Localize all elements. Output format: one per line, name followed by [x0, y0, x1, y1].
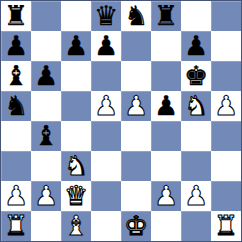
white-bishop-piece[interactable]: ♝ — [64, 211, 88, 241]
square-e3[interactable] — [121, 151, 151, 181]
square-b2[interactable]: ♟ — [31, 181, 61, 211]
square-g1[interactable] — [181, 211, 211, 241]
square-c3[interactable]: ♞ — [61, 151, 91, 181]
square-e6[interactable] — [121, 61, 151, 91]
square-a8[interactable]: ♜ — [1, 1, 31, 31]
white-knight-piece[interactable]: ♞ — [64, 151, 88, 181]
square-h3[interactable] — [211, 151, 241, 181]
square-b6[interactable]: ♟ — [31, 61, 61, 91]
chess-board: ♜♛♞♜♟♟♟♟♝♟♚♞♟♟♟♞♟♝♞♟♟♛♟♟♜♝♚♜ — [0, 0, 242, 242]
square-c8[interactable] — [61, 1, 91, 31]
square-b8[interactable] — [31, 1, 61, 31]
square-h1[interactable]: ♜ — [211, 211, 241, 241]
black-pawn-piece[interactable]: ♟ — [4, 31, 28, 61]
square-h4[interactable] — [211, 121, 241, 151]
square-c7[interactable]: ♟ — [61, 31, 91, 61]
white-pawn-piece[interactable]: ♟ — [154, 181, 178, 211]
square-b1[interactable] — [31, 211, 61, 241]
square-a6[interactable]: ♝ — [1, 61, 31, 91]
square-a1[interactable]: ♜ — [1, 211, 31, 241]
black-pawn-piece[interactable]: ♟ — [154, 91, 178, 121]
square-g6[interactable]: ♚ — [181, 61, 211, 91]
white-king-piece[interactable]: ♚ — [124, 211, 148, 241]
square-d5[interactable]: ♟ — [91, 91, 121, 121]
square-h2[interactable] — [211, 181, 241, 211]
black-rook-piece[interactable]: ♜ — [154, 1, 178, 31]
square-a4[interactable] — [1, 121, 31, 151]
square-h6[interactable] — [211, 61, 241, 91]
square-d8[interactable]: ♛ — [91, 1, 121, 31]
black-rook-piece[interactable]: ♜ — [4, 1, 28, 31]
square-g2[interactable]: ♟ — [181, 181, 211, 211]
square-c2[interactable]: ♛ — [61, 181, 91, 211]
black-pawn-piece[interactable]: ♟ — [184, 31, 208, 61]
square-a3[interactable] — [1, 151, 31, 181]
white-rook-piece[interactable]: ♜ — [4, 211, 28, 241]
black-pawn-piece[interactable]: ♟ — [34, 61, 58, 91]
square-c1[interactable]: ♝ — [61, 211, 91, 241]
square-g5[interactable]: ♞ — [181, 91, 211, 121]
square-d2[interactable] — [91, 181, 121, 211]
square-f7[interactable] — [151, 31, 181, 61]
square-d3[interactable] — [91, 151, 121, 181]
black-pawn-piece[interactable]: ♟ — [94, 31, 118, 61]
square-e5[interactable]: ♟ — [121, 91, 151, 121]
square-f6[interactable] — [151, 61, 181, 91]
square-f2[interactable]: ♟ — [151, 181, 181, 211]
black-bishop-piece[interactable]: ♝ — [34, 121, 58, 151]
square-h7[interactable] — [211, 31, 241, 61]
white-pawn-piece[interactable]: ♟ — [184, 181, 208, 211]
square-a2[interactable]: ♟ — [1, 181, 31, 211]
square-a5[interactable]: ♞ — [1, 91, 31, 121]
black-king-piece[interactable]: ♚ — [184, 61, 208, 91]
square-g8[interactable] — [181, 1, 211, 31]
square-f1[interactable] — [151, 211, 181, 241]
square-d1[interactable] — [91, 211, 121, 241]
white-pawn-piece[interactable]: ♟ — [4, 181, 28, 211]
square-b4[interactable]: ♝ — [31, 121, 61, 151]
square-f8[interactable]: ♜ — [151, 1, 181, 31]
square-e4[interactable] — [121, 121, 151, 151]
black-pawn-piece[interactable]: ♟ — [64, 31, 88, 61]
square-g4[interactable] — [181, 121, 211, 151]
square-g7[interactable]: ♟ — [181, 31, 211, 61]
square-h8[interactable] — [211, 1, 241, 31]
square-e2[interactable] — [121, 181, 151, 211]
square-c5[interactable] — [61, 91, 91, 121]
square-d6[interactable] — [91, 61, 121, 91]
black-knight-piece[interactable]: ♞ — [124, 1, 148, 31]
white-pawn-piece[interactable]: ♟ — [124, 91, 148, 121]
square-h5[interactable]: ♟ — [211, 91, 241, 121]
square-g3[interactable] — [181, 151, 211, 181]
square-f3[interactable] — [151, 151, 181, 181]
square-e8[interactable]: ♞ — [121, 1, 151, 31]
square-b5[interactable] — [31, 91, 61, 121]
square-f5[interactable]: ♟ — [151, 91, 181, 121]
white-pawn-piece[interactable]: ♟ — [34, 181, 58, 211]
black-knight-piece[interactable]: ♞ — [4, 91, 28, 121]
square-d4[interactable] — [91, 121, 121, 151]
white-knight-piece[interactable]: ♞ — [184, 91, 208, 121]
square-c6[interactable] — [61, 61, 91, 91]
black-bishop-piece[interactable]: ♝ — [4, 61, 28, 91]
square-f4[interactable] — [151, 121, 181, 151]
white-queen-piece[interactable]: ♛ — [64, 181, 88, 211]
square-b7[interactable] — [31, 31, 61, 61]
white-pawn-piece[interactable]: ♟ — [214, 91, 238, 121]
square-a7[interactable]: ♟ — [1, 31, 31, 61]
square-c4[interactable] — [61, 121, 91, 151]
white-pawn-piece[interactable]: ♟ — [94, 91, 118, 121]
black-queen-piece[interactable]: ♛ — [94, 1, 118, 31]
white-rook-piece[interactable]: ♜ — [214, 211, 238, 241]
square-b3[interactable] — [31, 151, 61, 181]
square-e7[interactable] — [121, 31, 151, 61]
square-d7[interactable]: ♟ — [91, 31, 121, 61]
square-e1[interactable]: ♚ — [121, 211, 151, 241]
